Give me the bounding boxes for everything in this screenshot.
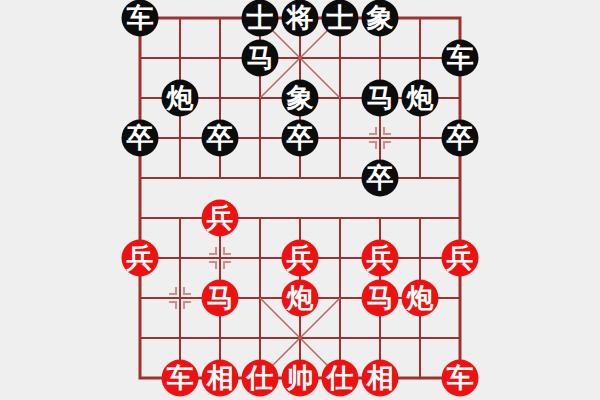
piece-black-6-2[interactable]: 马: [362, 80, 399, 117]
piece-black-4-2[interactable]: 象: [282, 80, 319, 117]
piece-black-3-0[interactable]: 士: [242, 0, 279, 37]
piece-black-0-0[interactable]: 车: [122, 0, 159, 37]
piece-black-7-2[interactable]: 炮: [402, 80, 439, 117]
pieces-layer: 车士将士象马车炮象马炮卒卒卒卒卒兵兵兵兵兵马炮马炮车相仕帅仕相车: [0, 0, 600, 400]
piece-red-4-6[interactable]: 兵: [282, 240, 319, 277]
piece-red-2-5[interactable]: 兵: [202, 200, 239, 237]
piece-red-0-6[interactable]: 兵: [122, 240, 159, 277]
piece-red-6-9[interactable]: 相: [362, 360, 399, 397]
piece-black-4-0[interactable]: 将: [282, 0, 319, 37]
piece-red-4-7[interactable]: 炮: [282, 280, 319, 317]
piece-red-4-9[interactable]: 帅: [282, 360, 319, 397]
piece-black-1-2[interactable]: 炮: [162, 80, 199, 117]
piece-red-2-7[interactable]: 马: [202, 280, 239, 317]
piece-black-5-0[interactable]: 士: [322, 0, 359, 37]
piece-black-8-3[interactable]: 卒: [442, 120, 479, 157]
xiangqi-board[interactable]: 车士将士象马车炮象马炮卒卒卒卒卒兵兵兵兵兵马炮马炮车相仕帅仕相车: [0, 0, 600, 400]
piece-red-7-7[interactable]: 炮: [402, 280, 439, 317]
piece-red-2-9[interactable]: 相: [202, 360, 239, 397]
piece-red-1-9[interactable]: 车: [162, 360, 199, 397]
piece-black-8-1[interactable]: 车: [442, 40, 479, 77]
piece-red-8-9[interactable]: 车: [442, 360, 479, 397]
piece-black-4-3[interactable]: 卒: [282, 120, 319, 157]
piece-black-6-0[interactable]: 象: [362, 0, 399, 37]
piece-black-0-3[interactable]: 卒: [122, 120, 159, 157]
piece-red-6-6[interactable]: 兵: [362, 240, 399, 277]
piece-red-8-6[interactable]: 兵: [442, 240, 479, 277]
piece-black-6-4[interactable]: 卒: [362, 160, 399, 197]
piece-black-3-1[interactable]: 马: [242, 40, 279, 77]
piece-red-6-7[interactable]: 马: [362, 280, 399, 317]
piece-red-5-9[interactable]: 仕: [322, 360, 359, 397]
piece-black-2-3[interactable]: 卒: [202, 120, 239, 157]
piece-red-3-9[interactable]: 仕: [242, 360, 279, 397]
